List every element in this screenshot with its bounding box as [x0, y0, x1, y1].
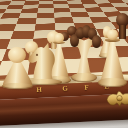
chess-set-photo: H G F E	[0, 0, 128, 128]
white-pawn	[1, 47, 34, 89]
white-queen	[70, 25, 98, 82]
white-bishop	[97, 29, 128, 87]
pieces-layer	[0, 0, 128, 128]
